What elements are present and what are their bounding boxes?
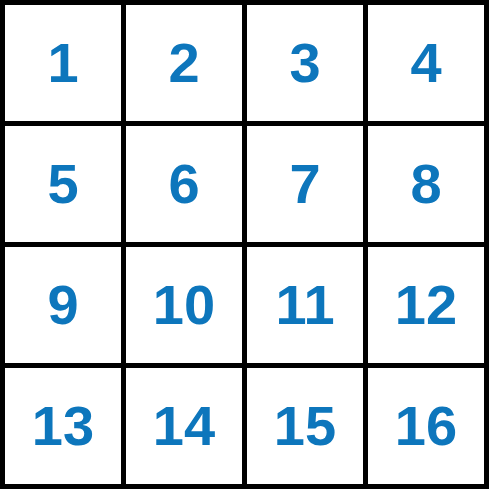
number-grid-board: 1 2 3 4 5 6 7 8 9 10 11 12 13 14 15 16 — [0, 0, 489, 489]
grid-cell-13: 13 — [5, 368, 121, 484]
grid-cell-11: 11 — [247, 247, 363, 363]
grid-cell-2: 2 — [126, 5, 242, 121]
grid-cell-15: 15 — [247, 368, 363, 484]
grid-cell-4: 4 — [368, 5, 484, 121]
grid-cell-9: 9 — [5, 247, 121, 363]
grid-cell-7: 7 — [247, 126, 363, 242]
grid-cell-6: 6 — [126, 126, 242, 242]
grid-cell-12: 12 — [368, 247, 484, 363]
grid-cell-16: 16 — [368, 368, 484, 484]
grid-cell-10: 10 — [126, 247, 242, 363]
grid-cell-14: 14 — [126, 368, 242, 484]
grid-cell-1: 1 — [5, 5, 121, 121]
grid-cell-5: 5 — [5, 126, 121, 242]
grid-cell-3: 3 — [247, 5, 363, 121]
grid-cell-8: 8 — [368, 126, 484, 242]
